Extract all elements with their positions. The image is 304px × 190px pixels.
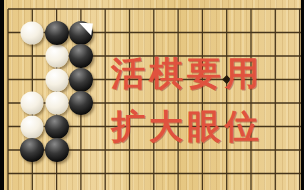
stone-black bbox=[45, 21, 69, 45]
letterbox-bar-left bbox=[0, 0, 4, 190]
stone-white bbox=[21, 92, 44, 115]
stone-black bbox=[20, 138, 44, 162]
stone-black bbox=[69, 44, 93, 68]
last-move-triangle-icon bbox=[79, 23, 93, 36]
stone-black bbox=[69, 21, 93, 45]
stone-black bbox=[45, 138, 69, 162]
stone-white bbox=[45, 92, 68, 115]
stone-black bbox=[69, 68, 93, 92]
caption-line-1: 活棋要用 bbox=[111, 47, 263, 100]
stone-white bbox=[45, 45, 68, 68]
lesson-caption: 活棋要用 扩大眼位 bbox=[111, 47, 263, 153]
stone-white bbox=[45, 68, 68, 91]
video-frame: 活棋要用 扩大眼位 bbox=[0, 0, 304, 190]
stone-black bbox=[69, 91, 93, 115]
stone-white bbox=[21, 115, 44, 138]
stone-white bbox=[21, 21, 44, 44]
stone-black bbox=[45, 115, 69, 139]
caption-line-2: 扩大眼位 bbox=[111, 100, 263, 153]
letterbox-bar-right bbox=[301, 0, 304, 190]
